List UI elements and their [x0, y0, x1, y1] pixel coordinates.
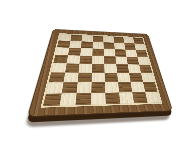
square-c1[interactable] — [75, 93, 91, 105]
square-h3[interactable] — [141, 73, 155, 82]
square-b1[interactable] — [59, 93, 76, 105]
square-e4[interactable] — [104, 64, 117, 73]
square-b4[interactable] — [65, 63, 79, 72]
square-e3[interactable] — [105, 73, 118, 82]
square-b2[interactable] — [62, 82, 78, 93]
square-c5[interactable] — [79, 56, 92, 64]
square-h2[interactable] — [143, 82, 158, 92]
square-d4[interactable] — [92, 64, 105, 73]
square-d1[interactable] — [91, 93, 106, 105]
square-b3[interactable] — [63, 72, 78, 82]
chess-board[interactable] — [27, 29, 173, 117]
square-c2[interactable] — [77, 82, 92, 93]
square-d3[interactable] — [91, 73, 104, 83]
square-c3[interactable] — [78, 73, 92, 83]
square-e1[interactable] — [105, 92, 120, 104]
square-e5[interactable] — [104, 56, 116, 64]
square-d2[interactable] — [91, 82, 105, 93]
chessboard-photo — [0, 0, 190, 143]
square-d5[interactable] — [92, 56, 104, 64]
square-e2[interactable] — [105, 82, 119, 93]
square-h1[interactable] — [145, 92, 161, 103]
square-h5[interactable] — [137, 57, 150, 65]
square-h4[interactable] — [139, 65, 152, 73]
square-c4[interactable] — [79, 64, 92, 73]
square-b5[interactable] — [67, 55, 81, 63]
board-inner-border — [41, 33, 163, 108]
squares-grid[interactable] — [43, 34, 161, 106]
